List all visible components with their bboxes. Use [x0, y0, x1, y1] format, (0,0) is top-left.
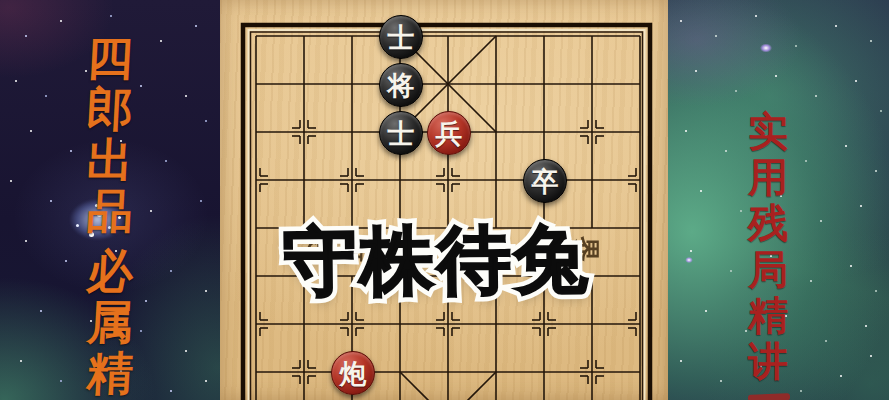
left-banner-char: 品 [86, 186, 135, 237]
xiangqi-board[interactable]: 楚 河 汉 界 士将士兵卒炮 [220, 0, 668, 400]
piece-black-advisor-2[interactable]: 士 [379, 111, 423, 155]
right-banner: 实 用 残 局 精 讲 [744, 108, 792, 384]
piece-black-general[interactable]: 将 [379, 63, 423, 107]
piece-red-cannon[interactable]: 炮 [331, 351, 375, 395]
puzzle-title-overlay: 守株待兔 守株待兔 [268, 210, 607, 310]
right-banner-char: 实 [748, 108, 788, 154]
left-banner-char: 郎 [86, 84, 135, 135]
right-banner-char: 讲 [748, 338, 788, 384]
piece-black-soldier[interactable]: 卒 [523, 159, 567, 203]
star-cluster-dots [0, 0, 3, 3]
left-banner-char: 精 [86, 348, 135, 399]
left-banner-char: 必 [86, 246, 135, 297]
pieces-layer: 士将士兵卒炮 [220, 0, 668, 400]
left-banner-char: 属 [86, 297, 135, 348]
right-banner-char: 残 [748, 200, 788, 246]
right-banner-char: 局 [748, 246, 788, 292]
title-text: 守株待兔 [268, 210, 607, 310]
left-banner-char: 四 [86, 33, 135, 84]
piece-black-advisor-1[interactable]: 士 [379, 15, 423, 59]
left-banner: 四 郎 出 品 必 属 精 [82, 33, 138, 399]
bright-violet-star [758, 42, 774, 54]
left-banner-char: 出 [86, 135, 135, 186]
cut-off-red-text-fragment [748, 393, 790, 400]
piece-red-soldier[interactable]: 兵 [427, 111, 471, 155]
bright-star-small [684, 256, 694, 264]
right-banner-char: 用 [748, 154, 788, 200]
right-banner-char: 精 [748, 292, 788, 338]
